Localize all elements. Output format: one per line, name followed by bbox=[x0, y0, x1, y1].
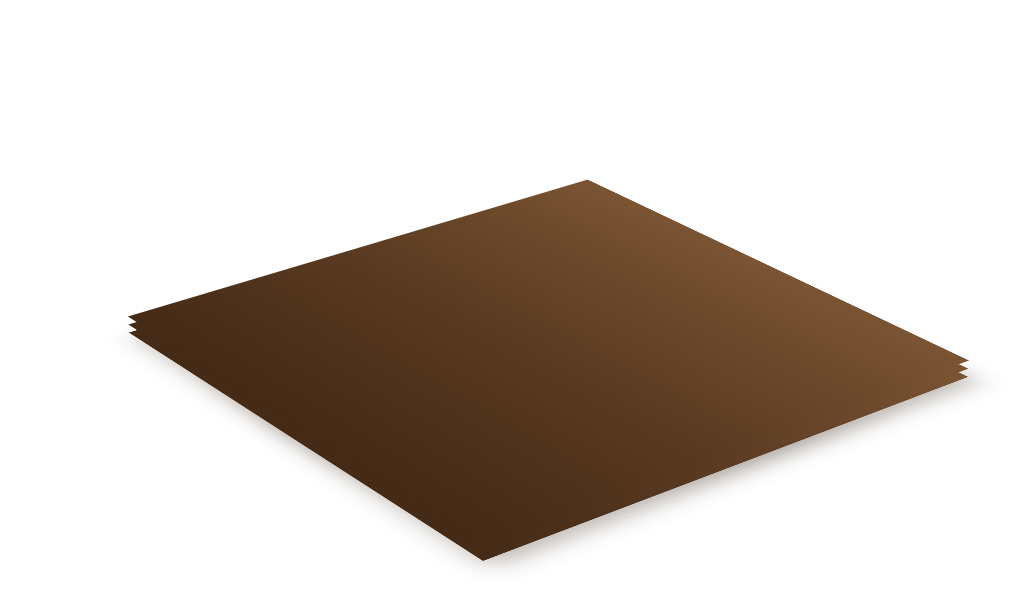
chess-board bbox=[127, 172, 969, 534]
product-photo-scene bbox=[0, 0, 1024, 603]
chess-scene-3d bbox=[0, 0, 1024, 603]
board-squares-grid bbox=[127, 172, 969, 534]
